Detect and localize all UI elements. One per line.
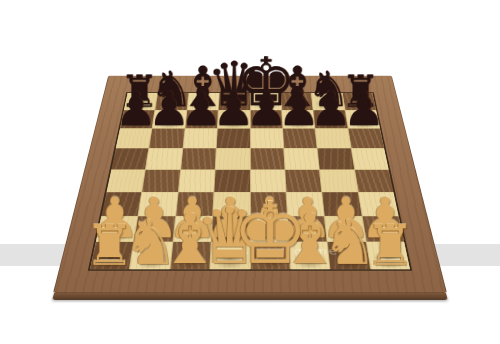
board-grid: ♜♞♝♛♚♝♞♜♟♟♟♟♟♟♟♟♟♟♟♟♟♟♟♟♜♞♝♛♚♝♞♜ bbox=[88, 92, 412, 271]
board-scene: ♜♞♝♛♚♝♞♜♟♟♟♟♟♟♟♟♟♟♟♟♟♟♟♟♜♞♝♛♚♝♞♜ ers and… bbox=[53, 0, 447, 293]
square-b1[interactable]: ♞ bbox=[130, 242, 172, 269]
piece-white-rook[interactable]: ♜ bbox=[85, 223, 135, 268]
square-h1[interactable]: ♜ bbox=[366, 242, 410, 269]
square-a5[interactable] bbox=[111, 149, 148, 169]
square-g1[interactable]: ♞ bbox=[328, 242, 370, 269]
square-c5[interactable] bbox=[181, 149, 216, 169]
square-a1[interactable]: ♜ bbox=[90, 242, 134, 269]
square-g6[interactable] bbox=[316, 129, 351, 148]
square-h5[interactable] bbox=[351, 149, 388, 169]
square-f5[interactable] bbox=[284, 149, 319, 169]
square-c6[interactable] bbox=[183, 129, 217, 148]
square-e6[interactable] bbox=[250, 129, 283, 148]
square-b5[interactable] bbox=[146, 149, 182, 169]
chess-set-photo: ♜♞♝♛♚♝♞♜♟♟♟♟♟♟♟♟♟♟♟♟♟♟♟♟♜♞♝♛♚♝♞♜ ers and… bbox=[0, 0, 500, 344]
square-f6[interactable] bbox=[283, 129, 317, 148]
board-front-edge bbox=[52, 293, 448, 300]
square-e5[interactable] bbox=[250, 149, 284, 169]
piece-black-pawn[interactable]: ♟ bbox=[343, 90, 385, 128]
square-h7[interactable]: ♟ bbox=[345, 110, 380, 128]
square-d6[interactable] bbox=[217, 129, 250, 148]
square-d5[interactable] bbox=[216, 149, 250, 169]
square-b6[interactable] bbox=[149, 129, 184, 148]
square-a6[interactable] bbox=[116, 129, 152, 148]
chess-board: ♜♞♝♛♚♝♞♜♟♟♟♟♟♟♟♟♟♟♟♟♟♟♟♟♜♞♝♛♚♝♞♜ ers and… bbox=[53, 76, 447, 293]
piece-white-rook[interactable]: ♜ bbox=[365, 223, 415, 268]
square-h6[interactable] bbox=[348, 129, 384, 148]
square-g5[interactable] bbox=[318, 149, 354, 169]
square-e1[interactable]: ♚ bbox=[250, 242, 289, 269]
piece-white-king[interactable]: ♚ bbox=[232, 200, 308, 268]
